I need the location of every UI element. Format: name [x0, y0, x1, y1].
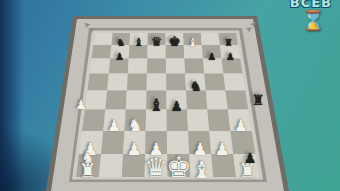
piece-white-bishop-f8[interactable]: ♝	[188, 37, 198, 48]
piece-white-rook-h1[interactable]: ♜	[238, 161, 256, 181]
piece-white-pawn-h3[interactable]: ♟	[234, 119, 248, 134]
piece-white-pawn-g2[interactable]: ♟	[214, 141, 229, 158]
captured-white-pawn-left_rail: ♟	[75, 98, 87, 111]
pieces-layer: ♞♝♛♚♝♜♟♟♟♞♝♟♟♞♟♟♟♟♟♟♜♛♚♝♜♟♞♜♟	[0, 0, 340, 191]
piece-black-bishop-d4[interactable]: ♝	[149, 96, 164, 113]
game-scene: ➤➤➤➤ ♞♝♛♚♝♜♟♟♟♞♝♟♟♞♟♟♟♟♟♟♜♛♚♝♜♟♞♜♟ ВСЕВ …	[0, 0, 340, 191]
piece-white-king-e1[interactable]: ♚	[166, 153, 192, 182]
piece-white-queen-d1[interactable]: ♛	[144, 155, 168, 182]
piece-black-pawn-b7[interactable]: ♟	[115, 52, 124, 62]
piece-black-knight-f5[interactable]: ♞	[190, 80, 202, 94]
piece-white-bishop-f1[interactable]: ♝	[191, 158, 212, 181]
piece-black-rook-h8[interactable]: ♜	[224, 38, 233, 48]
piece-black-pawn-g7[interactable]: ♟	[208, 52, 217, 62]
hourglass-icon: ⌛	[301, 9, 325, 32]
piece-black-knight-b8[interactable]: ♞	[116, 38, 125, 48]
piece-black-pawn-h7[interactable]: ♟	[226, 52, 235, 62]
piece-white-rook-a1[interactable]: ♜	[79, 161, 97, 181]
piece-black-queen-d8[interactable]: ♛	[151, 36, 162, 49]
piece-black-pawn-e4[interactable]: ♟	[171, 99, 183, 113]
piece-white-knight-c3[interactable]: ♞	[127, 117, 143, 134]
piece-white-pawn-b3[interactable]: ♟	[107, 119, 121, 134]
piece-white-pawn-c2[interactable]: ♟	[127, 141, 142, 158]
captured-black-rook-right_rail: ♜	[252, 93, 265, 107]
piece-black-king-e8[interactable]: ♚	[169, 35, 181, 49]
piece-black-bishop-c8[interactable]: ♝	[134, 37, 144, 48]
